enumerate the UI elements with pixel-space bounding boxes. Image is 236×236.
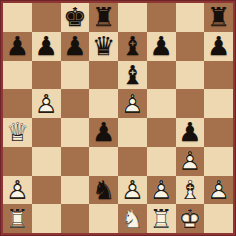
square-d6[interactable] — [89, 61, 118, 90]
square-b8[interactable] — [32, 3, 61, 32]
square-c8[interactable]: ♚ — [61, 3, 90, 32]
black-pawn-h7[interactable]: ♟ — [204, 32, 233, 61]
square-e4[interactable] — [118, 118, 147, 147]
square-e6[interactable]: ♝ — [118, 61, 147, 90]
square-c6[interactable] — [61, 61, 90, 90]
square-h4[interactable] — [204, 118, 233, 147]
white-pawn-g3[interactable]: ♟♙ — [176, 147, 205, 176]
square-a7[interactable]: ♟ — [3, 32, 32, 61]
square-b6[interactable] — [32, 61, 61, 90]
square-g6[interactable] — [176, 61, 205, 90]
square-h3[interactable] — [204, 147, 233, 176]
white-pawn-e5[interactable]: ♟♙ — [118, 89, 147, 118]
square-a6[interactable] — [3, 61, 32, 90]
black-king-c8[interactable]: ♚ — [61, 3, 90, 32]
white-pawn-b5[interactable]: ♟♙ — [32, 89, 61, 118]
square-b5[interactable]: ♟♙ — [32, 89, 61, 118]
square-d5[interactable] — [89, 89, 118, 118]
square-f5[interactable] — [147, 89, 176, 118]
chess-board: ♚♜♜♟♟♟♛♝♟♟♝♟♙♟♙♛♕♟♟♟♙♟♙♞♟♙♟♙♝♗♟♙♜♖♞♘♜♖♚♔ — [3, 3, 233, 233]
square-f2[interactable]: ♟♙ — [147, 176, 176, 205]
white-rook-a1[interactable]: ♜♖ — [3, 204, 32, 233]
square-h5[interactable] — [204, 89, 233, 118]
square-e2[interactable]: ♟♙ — [118, 176, 147, 205]
black-bishop-e7[interactable]: ♝ — [118, 32, 147, 61]
black-pawn-g4[interactable]: ♟ — [176, 118, 205, 147]
square-g1[interactable]: ♚♔ — [176, 204, 205, 233]
white-rook-f1[interactable]: ♜♖ — [147, 204, 176, 233]
square-e8[interactable] — [118, 3, 147, 32]
square-h6[interactable] — [204, 61, 233, 90]
square-g3[interactable]: ♟♙ — [176, 147, 205, 176]
square-a4[interactable]: ♛♕ — [3, 118, 32, 147]
square-g5[interactable] — [176, 89, 205, 118]
square-f3[interactable] — [147, 147, 176, 176]
square-d7[interactable]: ♛ — [89, 32, 118, 61]
square-a8[interactable] — [3, 3, 32, 32]
square-c5[interactable] — [61, 89, 90, 118]
square-d2[interactable]: ♞ — [89, 176, 118, 205]
square-c7[interactable]: ♟ — [61, 32, 90, 61]
square-g7[interactable] — [176, 32, 205, 61]
white-pawn-a2[interactable]: ♟♙ — [3, 176, 32, 205]
square-c3[interactable] — [61, 147, 90, 176]
board-frame: ♚♜♜♟♟♟♛♝♟♟♝♟♙♟♙♛♕♟♟♟♙♟♙♞♟♙♟♙♝♗♟♙♜♖♞♘♜♖♚♔ — [0, 0, 236, 236]
square-g4[interactable]: ♟ — [176, 118, 205, 147]
white-knight-e1[interactable]: ♞♘ — [118, 204, 147, 233]
square-c2[interactable] — [61, 176, 90, 205]
square-d3[interactable] — [89, 147, 118, 176]
black-queen-d7[interactable]: ♛ — [89, 32, 118, 61]
square-g2[interactable]: ♝♗ — [176, 176, 205, 205]
square-e7[interactable]: ♝ — [118, 32, 147, 61]
white-pawn-f2[interactable]: ♟♙ — [147, 176, 176, 205]
white-king-g1[interactable]: ♚♔ — [176, 204, 205, 233]
black-bishop-e6[interactable]: ♝ — [118, 61, 147, 90]
square-e5[interactable]: ♟♙ — [118, 89, 147, 118]
square-f4[interactable] — [147, 118, 176, 147]
square-h7[interactable]: ♟ — [204, 32, 233, 61]
white-queen-a4[interactable]: ♛♕ — [3, 118, 32, 147]
black-pawn-a7[interactable]: ♟ — [3, 32, 32, 61]
square-d4[interactable]: ♟ — [89, 118, 118, 147]
black-pawn-c7[interactable]: ♟ — [61, 32, 90, 61]
square-d8[interactable]: ♜ — [89, 3, 118, 32]
white-pawn-e2[interactable]: ♟♙ — [118, 176, 147, 205]
square-h2[interactable]: ♟♙ — [204, 176, 233, 205]
black-pawn-d4[interactable]: ♟ — [89, 118, 118, 147]
square-a5[interactable] — [3, 89, 32, 118]
square-d1[interactable] — [89, 204, 118, 233]
black-pawn-f7[interactable]: ♟ — [147, 32, 176, 61]
square-f1[interactable]: ♜♖ — [147, 204, 176, 233]
black-knight-d2[interactable]: ♞ — [89, 176, 118, 205]
square-h8[interactable]: ♜ — [204, 3, 233, 32]
square-f6[interactable] — [147, 61, 176, 90]
square-a2[interactable]: ♟♙ — [3, 176, 32, 205]
square-f7[interactable]: ♟ — [147, 32, 176, 61]
square-e3[interactable] — [118, 147, 147, 176]
square-a1[interactable]: ♜♖ — [3, 204, 32, 233]
black-pawn-b7[interactable]: ♟ — [32, 32, 61, 61]
square-g8[interactable] — [176, 3, 205, 32]
square-b3[interactable] — [32, 147, 61, 176]
black-rook-h8[interactable]: ♜ — [204, 3, 233, 32]
square-e1[interactable]: ♞♘ — [118, 204, 147, 233]
square-b2[interactable] — [32, 176, 61, 205]
square-b4[interactable] — [32, 118, 61, 147]
square-c4[interactable] — [61, 118, 90, 147]
square-a3[interactable] — [3, 147, 32, 176]
square-f8[interactable] — [147, 3, 176, 32]
square-b1[interactable] — [32, 204, 61, 233]
white-pawn-h2[interactable]: ♟♙ — [204, 176, 233, 205]
square-b7[interactable]: ♟ — [32, 32, 61, 61]
black-rook-d8[interactable]: ♜ — [89, 3, 118, 32]
square-h1[interactable] — [204, 204, 233, 233]
white-bishop-g2[interactable]: ♝♗ — [176, 176, 205, 205]
square-c1[interactable] — [61, 204, 90, 233]
